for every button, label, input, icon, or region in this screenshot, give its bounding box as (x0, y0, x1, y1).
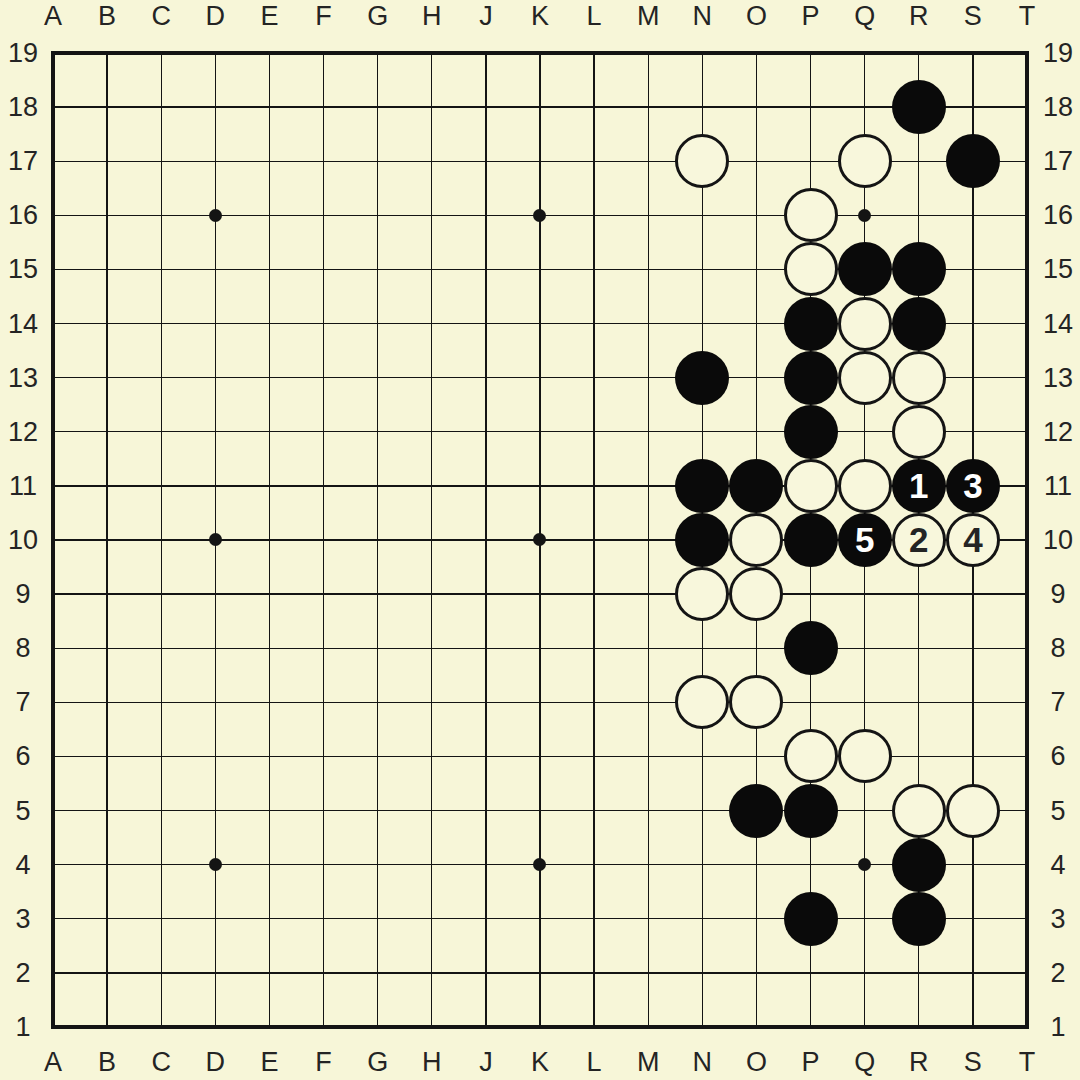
stone-black-N10[interactable] (675, 513, 729, 567)
row-label-left-6: 6 (15, 743, 30, 770)
col-label-top-M: M (637, 3, 660, 30)
grid-line-v-T (1025, 51, 1029, 1029)
grid-line-h-5 (51, 810, 1029, 811)
row-label-right-17: 17 (1043, 148, 1073, 175)
col-label-top-F: F (315, 3, 332, 30)
row-label-left-17: 17 (8, 148, 38, 175)
row-label-left-4: 4 (15, 851, 30, 878)
grid-line-h-1 (51, 1025, 1029, 1029)
grid-line-h-2 (51, 972, 1029, 973)
col-label-bottom-T: T (1019, 1049, 1036, 1076)
stone-black-N11[interactable] (675, 459, 729, 513)
stone-black-R14[interactable] (892, 297, 946, 351)
stone-white-N17[interactable] (675, 134, 729, 188)
stone-black-P3[interactable] (784, 892, 838, 946)
row-label-left-2: 2 (15, 959, 30, 986)
row-label-left-18: 18 (8, 94, 38, 121)
col-label-bottom-M: M (637, 1049, 660, 1076)
stone-black-Q15[interactable] (838, 242, 892, 296)
grid-line-h-8 (51, 648, 1029, 649)
grid-line-h-9 (51, 593, 1029, 594)
col-label-bottom-S: S (964, 1049, 982, 1076)
star-point-D4 (209, 858, 222, 871)
col-label-top-N: N (693, 3, 713, 30)
grid-line-v-M (648, 51, 649, 1029)
stone-black-R15[interactable] (892, 242, 946, 296)
move-number-4: 4 (963, 522, 982, 557)
row-label-right-15: 15 (1043, 256, 1073, 283)
star-point-Q4 (858, 858, 871, 871)
row-label-left-11: 11 (9, 472, 37, 499)
stone-white-O10[interactable] (729, 513, 783, 567)
stone-black-P8[interactable] (784, 621, 838, 675)
col-label-top-S: S (964, 3, 982, 30)
stone-white-Q14[interactable] (838, 297, 892, 351)
stone-black-P13[interactable] (784, 351, 838, 405)
row-label-right-14: 14 (1043, 310, 1073, 337)
row-label-right-4: 4 (1050, 851, 1065, 878)
col-label-bottom-G: G (367, 1049, 388, 1076)
col-label-bottom-F: F (315, 1049, 332, 1076)
col-label-top-G: G (367, 3, 388, 30)
stone-white-P15[interactable] (784, 242, 838, 296)
col-label-bottom-Q: Q (854, 1049, 875, 1076)
stone-black-S17[interactable] (946, 134, 1000, 188)
row-label-left-1: 1 (15, 1013, 30, 1040)
row-label-left-5: 5 (15, 797, 30, 824)
move-number-3: 3 (963, 468, 982, 503)
star-point-K4 (533, 858, 546, 871)
row-label-right-8: 8 (1050, 635, 1065, 662)
col-label-bottom-E: E (260, 1049, 278, 1076)
col-label-top-K: K (531, 3, 549, 30)
stone-white-S10[interactable]: 4 (946, 513, 1000, 567)
col-label-bottom-K: K (531, 1049, 549, 1076)
col-label-bottom-O: O (746, 1049, 767, 1076)
stone-white-Q6[interactable] (838, 729, 892, 783)
stone-black-R11[interactable]: 1 (892, 459, 946, 513)
col-label-top-E: E (260, 3, 278, 30)
stone-white-Q13[interactable] (838, 351, 892, 405)
move-number-2: 2 (909, 522, 928, 557)
col-label-top-R: R (909, 3, 929, 30)
go-board[interactable]: AABBCCDDEEFFGGHHJJKKLLMMNNOOPPQQRRSSTT19… (0, 0, 1080, 1080)
stone-white-P6[interactable] (784, 729, 838, 783)
row-label-right-13: 13 (1043, 364, 1073, 391)
row-label-left-16: 16 (8, 202, 38, 229)
col-label-top-P: P (802, 3, 820, 30)
row-label-left-13: 13 (8, 364, 38, 391)
stone-black-P12[interactable] (784, 405, 838, 459)
stone-black-P10[interactable] (784, 513, 838, 567)
row-label-right-9: 9 (1050, 581, 1065, 608)
row-label-left-9: 9 (15, 581, 30, 608)
col-label-bottom-A: A (44, 1049, 62, 1076)
row-label-left-10: 10 (8, 526, 38, 553)
row-label-left-12: 12 (8, 418, 38, 445)
stone-white-N7[interactable] (675, 675, 729, 729)
star-point-K10 (533, 533, 546, 546)
col-label-bottom-B: B (98, 1049, 116, 1076)
stone-white-P11[interactable] (784, 459, 838, 513)
row-label-right-2: 2 (1050, 959, 1065, 986)
row-label-left-19: 19 (8, 40, 38, 67)
col-label-bottom-C: C (151, 1049, 171, 1076)
col-label-top-Q: Q (854, 3, 875, 30)
col-label-bottom-H: H (422, 1049, 442, 1076)
col-label-bottom-L: L (587, 1049, 602, 1076)
row-label-right-3: 3 (1050, 905, 1065, 932)
row-label-right-10: 10 (1043, 526, 1073, 553)
row-label-left-7: 7 (15, 689, 30, 716)
col-label-top-T: T (1019, 3, 1036, 30)
col-label-top-C: C (151, 3, 171, 30)
row-label-left-8: 8 (15, 635, 30, 662)
row-label-right-7: 7 (1050, 689, 1065, 716)
stone-white-N9[interactable] (675, 567, 729, 621)
col-label-top-B: B (98, 3, 116, 30)
stone-black-Q10[interactable]: 5 (838, 513, 892, 567)
row-label-right-11: 11 (1044, 472, 1072, 499)
stone-white-Q11[interactable] (838, 459, 892, 513)
row-label-right-12: 12 (1043, 418, 1073, 445)
row-label-right-18: 18 (1043, 94, 1073, 121)
col-label-bottom-N: N (693, 1049, 713, 1076)
stone-black-O5[interactable] (729, 784, 783, 838)
grid-line-h-7 (51, 702, 1029, 703)
stone-black-P14[interactable] (784, 297, 838, 351)
col-label-bottom-J: J (479, 1049, 493, 1076)
grid-line-h-3 (51, 918, 1029, 919)
col-label-top-H: H (422, 3, 442, 30)
col-label-bottom-P: P (802, 1049, 820, 1076)
stone-black-O11[interactable] (729, 459, 783, 513)
stone-white-R5[interactable] (892, 784, 946, 838)
stone-black-R4[interactable] (892, 838, 946, 892)
stone-black-R18[interactable] (892, 80, 946, 134)
star-point-Q16 (858, 209, 871, 222)
move-number-1: 1 (909, 468, 928, 503)
star-point-K16 (533, 209, 546, 222)
col-label-top-D: D (206, 3, 226, 30)
stone-white-P16[interactable] (784, 188, 838, 242)
stone-black-R3[interactable] (892, 892, 946, 946)
stone-white-R13[interactable] (892, 351, 946, 405)
go-diagram: AABBCCDDEEFFGGHHJJKKLLMMNNOOPPQQRRSSTT19… (0, 0, 1080, 1080)
stone-white-Q17[interactable] (838, 134, 892, 188)
col-label-top-O: O (746, 3, 767, 30)
move-number-5: 5 (855, 522, 874, 557)
grid-line-v-L (593, 51, 594, 1029)
row-label-left-15: 15 (8, 256, 38, 283)
row-label-right-19: 19 (1043, 40, 1073, 67)
row-label-right-5: 5 (1050, 797, 1065, 824)
stone-black-S11[interactable]: 3 (946, 459, 1000, 513)
stone-white-R12[interactable] (892, 405, 946, 459)
stone-white-R10[interactable]: 2 (892, 513, 946, 567)
stone-black-N13[interactable] (675, 351, 729, 405)
stone-black-P5[interactable] (784, 784, 838, 838)
row-label-left-14: 14 (8, 310, 38, 337)
star-point-D10 (209, 533, 222, 546)
stone-white-O9[interactable] (729, 567, 783, 621)
col-label-top-J: J (479, 3, 493, 30)
stone-white-S5[interactable] (946, 784, 1000, 838)
col-label-top-L: L (587, 3, 602, 30)
row-label-right-1: 1 (1050, 1013, 1065, 1040)
row-label-right-16: 16 (1043, 202, 1073, 229)
col-label-bottom-D: D (206, 1049, 226, 1076)
star-point-D16 (209, 209, 222, 222)
row-label-left-3: 3 (15, 905, 30, 932)
row-label-right-6: 6 (1050, 743, 1065, 770)
col-label-bottom-R: R (909, 1049, 929, 1076)
col-label-top-A: A (44, 3, 62, 30)
stone-white-O7[interactable] (729, 675, 783, 729)
